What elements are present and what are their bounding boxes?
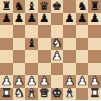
square-e4[interactable]: ♟ bbox=[51, 50, 64, 63]
square-g6[interactable] bbox=[76, 25, 89, 38]
black-pawn: ♟ bbox=[26, 13, 36, 25]
square-f5[interactable] bbox=[63, 38, 76, 51]
black-rook: ♜ bbox=[1, 0, 11, 12]
square-c4[interactable] bbox=[25, 50, 38, 63]
square-f2[interactable]: ♟ bbox=[63, 75, 76, 88]
square-a5[interactable] bbox=[0, 38, 13, 51]
square-f1[interactable]: ♝ bbox=[63, 88, 76, 101]
square-e2[interactable] bbox=[51, 75, 64, 88]
square-d5[interactable] bbox=[38, 38, 51, 51]
black-knight: ♞ bbox=[14, 0, 24, 12]
square-d7[interactable]: ♟ bbox=[38, 13, 51, 26]
square-h1[interactable]: ♜ bbox=[88, 88, 101, 101]
black-pawn: ♟ bbox=[64, 13, 74, 25]
black-knight: ♞ bbox=[77, 0, 87, 12]
square-a1[interactable]: ♜ bbox=[0, 88, 13, 101]
black-pawn: ♟ bbox=[39, 13, 49, 25]
square-b7[interactable]: ♟ bbox=[13, 13, 26, 26]
white-bishop: ♝ bbox=[26, 88, 36, 100]
square-g8[interactable]: ♞ bbox=[76, 0, 89, 13]
white-pawn: ♟ bbox=[90, 75, 100, 87]
square-b5[interactable] bbox=[13, 38, 26, 51]
white-knight: ♞ bbox=[52, 38, 62, 50]
black-pawn: ♟ bbox=[1, 13, 11, 25]
square-b6[interactable] bbox=[13, 25, 26, 38]
square-c8[interactable]: ♝ bbox=[25, 0, 38, 13]
square-a8[interactable]: ♜ bbox=[0, 0, 13, 13]
white-pawn: ♟ bbox=[1, 75, 11, 87]
square-e8[interactable]: ♚ bbox=[51, 0, 64, 13]
square-g2[interactable]: ♟ bbox=[76, 75, 89, 88]
square-c2[interactable]: ♟ bbox=[25, 75, 38, 88]
black-pawn: ♟ bbox=[90, 13, 100, 25]
black-king: ♚ bbox=[52, 0, 62, 12]
square-h6[interactable] bbox=[88, 25, 101, 38]
square-e7[interactable] bbox=[51, 13, 64, 26]
black-pawn: ♟ bbox=[77, 13, 87, 25]
black-pawn: ♟ bbox=[14, 13, 24, 25]
square-d8[interactable]: ♛ bbox=[38, 0, 51, 13]
square-g4[interactable] bbox=[76, 50, 89, 63]
square-b8[interactable]: ♞ bbox=[13, 0, 26, 13]
white-pawn: ♟ bbox=[64, 75, 74, 87]
white-king: ♚ bbox=[52, 88, 62, 100]
square-g3[interactable] bbox=[76, 63, 89, 76]
chess-board: ♜♞♝♛♚♞♜♟♟♟♟♟♟♟♝♞♟♟♟♟♟♟♟♟♜♞♝♛♚♝♜ bbox=[0, 0, 101, 100]
square-c7[interactable]: ♟ bbox=[25, 13, 38, 26]
square-f6[interactable] bbox=[63, 25, 76, 38]
white-rook: ♜ bbox=[90, 88, 100, 100]
square-h4[interactable] bbox=[88, 50, 101, 63]
white-pawn: ♟ bbox=[26, 75, 36, 87]
square-a4[interactable] bbox=[0, 50, 13, 63]
square-h2[interactable]: ♟ bbox=[88, 75, 101, 88]
square-a2[interactable]: ♟ bbox=[0, 75, 13, 88]
square-f4[interactable] bbox=[63, 50, 76, 63]
square-d6[interactable] bbox=[38, 25, 51, 38]
white-pawn: ♟ bbox=[77, 75, 87, 87]
square-f8[interactable] bbox=[63, 0, 76, 13]
square-h3[interactable] bbox=[88, 63, 101, 76]
white-pawn: ♟ bbox=[14, 75, 24, 87]
black-queen: ♛ bbox=[39, 0, 49, 12]
white-knight: ♞ bbox=[14, 88, 24, 100]
square-a6[interactable] bbox=[0, 25, 13, 38]
square-b2[interactable]: ♟ bbox=[13, 75, 26, 88]
square-g1[interactable] bbox=[76, 88, 89, 101]
square-a3[interactable] bbox=[0, 63, 13, 76]
black-bishop: ♝ bbox=[26, 38, 36, 50]
square-c3[interactable] bbox=[25, 63, 38, 76]
square-a7[interactable]: ♟ bbox=[0, 13, 13, 26]
square-h7[interactable]: ♟ bbox=[88, 13, 101, 26]
square-d3[interactable] bbox=[38, 63, 51, 76]
square-b4[interactable] bbox=[13, 50, 26, 63]
square-b3[interactable] bbox=[13, 63, 26, 76]
square-d4[interactable] bbox=[38, 50, 51, 63]
square-g5[interactable] bbox=[76, 38, 89, 51]
black-bishop: ♝ bbox=[26, 0, 36, 12]
square-c5[interactable]: ♝ bbox=[25, 38, 38, 51]
square-f7[interactable]: ♟ bbox=[63, 13, 76, 26]
square-h8[interactable]: ♜ bbox=[88, 0, 101, 13]
square-e3[interactable] bbox=[51, 63, 64, 76]
square-h5[interactable] bbox=[88, 38, 101, 51]
square-e1[interactable]: ♚ bbox=[51, 88, 64, 101]
square-f3[interactable] bbox=[63, 63, 76, 76]
white-bishop: ♝ bbox=[64, 88, 74, 100]
square-c6[interactable] bbox=[25, 25, 38, 38]
black-rook: ♜ bbox=[90, 0, 100, 12]
square-d2[interactable]: ♟ bbox=[38, 75, 51, 88]
white-pawn: ♟ bbox=[52, 50, 62, 62]
square-b1[interactable]: ♞ bbox=[13, 88, 26, 101]
white-pawn: ♟ bbox=[39, 75, 49, 87]
square-e6[interactable] bbox=[51, 25, 64, 38]
square-d1[interactable]: ♛ bbox=[38, 88, 51, 101]
white-rook: ♜ bbox=[1, 88, 11, 100]
white-queen: ♛ bbox=[39, 88, 49, 100]
square-c1[interactable]: ♝ bbox=[25, 88, 38, 101]
square-g7[interactable]: ♟ bbox=[76, 13, 89, 26]
square-e5[interactable]: ♞ bbox=[51, 38, 64, 51]
